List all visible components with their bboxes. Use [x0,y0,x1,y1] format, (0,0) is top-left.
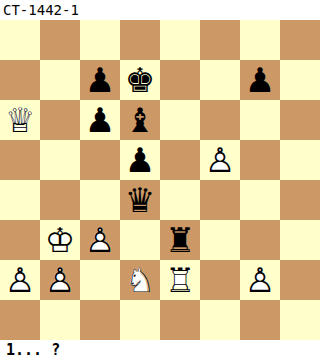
black-king[interactable]: ♚ [120,60,160,100]
square-g1[interactable] [240,300,280,340]
square-c2[interactable] [80,260,120,300]
square-a3[interactable] [0,220,40,260]
black-pawn[interactable]: ♟ [80,60,120,100]
square-b8[interactable] [40,20,80,60]
white-king-outline: ♔ [40,220,80,260]
square-d5[interactable]: ♟ [120,140,160,180]
square-h3[interactable] [280,220,320,260]
black-rook[interactable]: ♜ [160,220,200,260]
square-e7[interactable] [160,60,200,100]
white-rook[interactable]: ♜♖ [160,260,200,300]
square-f6[interactable] [200,100,240,140]
square-b1[interactable] [40,300,80,340]
white-queen-outline: ♕ [0,100,40,140]
square-b5[interactable] [40,140,80,180]
square-c1[interactable] [80,300,120,340]
square-e5[interactable] [160,140,200,180]
square-b2[interactable]: ♟♙ [40,260,80,300]
black-queen[interactable]: ♛ [120,180,160,220]
puzzle-id: CT-1442-1 [3,2,320,18]
footer: 1... ? [0,340,320,360]
square-c5[interactable] [80,140,120,180]
square-f7[interactable] [200,60,240,100]
square-b7[interactable] [40,60,80,100]
header: CT-1442-1 [0,0,320,20]
square-h6[interactable] [280,100,320,140]
square-c4[interactable] [80,180,120,220]
square-d3[interactable] [120,220,160,260]
white-pawn[interactable]: ♟♙ [240,260,280,300]
black-pawn[interactable]: ♟ [80,100,120,140]
square-h5[interactable] [280,140,320,180]
square-h8[interactable] [280,20,320,60]
black-bishop[interactable]: ♝ [120,100,160,140]
square-f1[interactable] [200,300,240,340]
white-pawn-outline: ♙ [240,260,280,300]
white-pawn[interactable]: ♟♙ [40,260,80,300]
white-pawn-outline: ♙ [40,260,80,300]
black-pawn-glyph: ♟ [120,140,160,180]
square-e6[interactable] [160,100,200,140]
square-a6[interactable]: ♛♕ [0,100,40,140]
square-f2[interactable] [200,260,240,300]
square-a8[interactable] [0,20,40,60]
square-b3[interactable]: ♚♔ [40,220,80,260]
square-g8[interactable] [240,20,280,60]
black-pawn-glyph: ♟ [80,100,120,140]
square-e8[interactable] [160,20,200,60]
square-f5[interactable]: ♟♙ [200,140,240,180]
white-rook-outline: ♖ [160,260,200,300]
square-f3[interactable] [200,220,240,260]
white-knight[interactable]: ♞♘ [120,260,160,300]
square-d1[interactable] [120,300,160,340]
black-pawn-glyph: ♟ [240,60,280,100]
square-e4[interactable] [160,180,200,220]
square-b6[interactable] [40,100,80,140]
square-c8[interactable] [80,20,120,60]
square-d7[interactable]: ♚ [120,60,160,100]
square-a1[interactable] [0,300,40,340]
square-h2[interactable] [280,260,320,300]
chess-board: ♟♚♟♛♕♟♝♟♟♙♛♚♔♟♙♜♟♙♟♙♞♘♜♖♟♙ [0,20,320,340]
black-rook-glyph: ♜ [160,220,200,260]
black-queen-glyph: ♛ [120,180,160,220]
square-g6[interactable] [240,100,280,140]
square-h7[interactable] [280,60,320,100]
square-a2[interactable]: ♟♙ [0,260,40,300]
square-h4[interactable] [280,180,320,220]
move-prompt: 1... ? [6,342,320,359]
white-pawn[interactable]: ♟♙ [80,220,120,260]
square-c6[interactable]: ♟ [80,100,120,140]
white-pawn-outline: ♙ [0,260,40,300]
square-d8[interactable] [120,20,160,60]
black-bishop-glyph: ♝ [120,100,160,140]
black-king-glyph: ♚ [120,60,160,100]
square-b4[interactable] [40,180,80,220]
square-f8[interactable] [200,20,240,60]
square-d6[interactable]: ♝ [120,100,160,140]
white-knight-outline: ♘ [120,260,160,300]
white-queen[interactable]: ♛♕ [0,100,40,140]
square-a7[interactable] [0,60,40,100]
square-e3[interactable]: ♜ [160,220,200,260]
square-c3[interactable]: ♟♙ [80,220,120,260]
white-pawn[interactable]: ♟♙ [0,260,40,300]
white-pawn-outline: ♙ [80,220,120,260]
square-a5[interactable] [0,140,40,180]
square-a4[interactable] [0,180,40,220]
square-e2[interactable]: ♜♖ [160,260,200,300]
square-g5[interactable] [240,140,280,180]
square-d2[interactable]: ♞♘ [120,260,160,300]
square-f4[interactable] [200,180,240,220]
white-king[interactable]: ♚♔ [40,220,80,260]
black-pawn[interactable]: ♟ [120,140,160,180]
square-g3[interactable] [240,220,280,260]
black-pawn-glyph: ♟ [80,60,120,100]
white-pawn-outline: ♙ [200,140,240,180]
black-pawn[interactable]: ♟ [240,60,280,100]
square-e1[interactable] [160,300,200,340]
white-pawn[interactable]: ♟♙ [200,140,240,180]
square-h1[interactable] [280,300,320,340]
square-d4[interactable]: ♛ [120,180,160,220]
square-g2[interactable]: ♟♙ [240,260,280,300]
square-g4[interactable] [240,180,280,220]
square-c7[interactable]: ♟ [80,60,120,100]
square-g7[interactable]: ♟ [240,60,280,100]
